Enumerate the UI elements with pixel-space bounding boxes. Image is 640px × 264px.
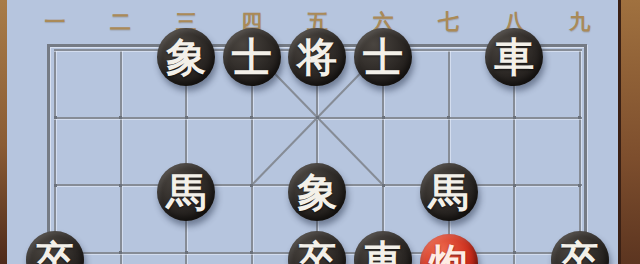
xiangqi-board-view: 一二三四五六七八九 象士将士車馬象馬卒卒車炮卒 bbox=[0, 0, 640, 264]
intersection-dot bbox=[578, 184, 581, 187]
piece-black-elephant[interactable]: 象 bbox=[157, 28, 215, 86]
intersection-dot bbox=[578, 116, 581, 119]
piece-glyph: 士 bbox=[232, 28, 272, 86]
piece-glyph: 車 bbox=[494, 28, 534, 86]
piece-glyph: 象 bbox=[297, 163, 337, 221]
intersection-dot bbox=[316, 116, 319, 119]
intersection-dot bbox=[382, 184, 385, 187]
wood-frame-right bbox=[618, 0, 640, 264]
piece-black-advisor[interactable]: 士 bbox=[354, 28, 412, 86]
intersection-dot bbox=[119, 251, 122, 254]
intersection-dot bbox=[250, 116, 253, 119]
piece-glyph: 卒 bbox=[35, 231, 75, 264]
piece-glyph: 象 bbox=[166, 28, 206, 86]
intersection-dot bbox=[513, 251, 516, 254]
intersection-dot bbox=[250, 251, 253, 254]
file-label-9: 九 bbox=[558, 8, 602, 36]
piece-glyph: 馬 bbox=[429, 163, 469, 221]
intersection-dot bbox=[119, 116, 122, 119]
piece-glyph: 卒 bbox=[297, 231, 337, 264]
piece-black-advisor[interactable]: 士 bbox=[223, 28, 281, 86]
piece-black-horse[interactable]: 馬 bbox=[157, 163, 215, 221]
piece-glyph: 卒 bbox=[560, 231, 600, 264]
intersection-dot bbox=[54, 116, 57, 119]
piece-glyph: 士 bbox=[363, 28, 403, 86]
piece-glyph: 炮 bbox=[429, 234, 469, 264]
intersection-dot bbox=[54, 184, 57, 187]
intersection-dot bbox=[185, 251, 188, 254]
intersection-dot bbox=[513, 116, 516, 119]
file-label-2: 二 bbox=[99, 8, 143, 36]
piece-glyph: 馬 bbox=[166, 163, 206, 221]
piece-black-horse[interactable]: 馬 bbox=[420, 163, 478, 221]
intersection-dot bbox=[250, 184, 253, 187]
intersection-dot bbox=[185, 116, 188, 119]
piece-black-elephant[interactable]: 象 bbox=[288, 163, 346, 221]
piece-black-chariot[interactable]: 車 bbox=[485, 28, 543, 86]
intersection-dot bbox=[382, 116, 385, 119]
piece-black-general[interactable]: 将 bbox=[288, 28, 346, 86]
file-label-1: 一 bbox=[33, 8, 77, 36]
piece-glyph: 車 bbox=[363, 231, 403, 264]
piece-glyph: 将 bbox=[297, 28, 337, 86]
intersection-dot bbox=[119, 184, 122, 187]
file-label-7: 七 bbox=[427, 8, 471, 36]
intersection-dot bbox=[513, 184, 516, 187]
intersection-dot bbox=[447, 116, 450, 119]
